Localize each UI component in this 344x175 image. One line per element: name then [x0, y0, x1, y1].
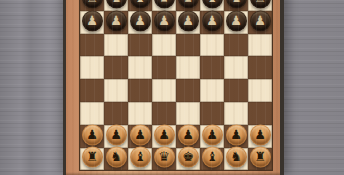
rook-icon: ♜	[82, 146, 103, 167]
pawn-icon: ♟	[154, 123, 175, 144]
square-g2[interactable]: ♟	[224, 125, 248, 148]
piece-white-knight[interactable]: ♞	[106, 147, 127, 168]
square-b3[interactable]	[104, 102, 128, 125]
square-f3[interactable]	[200, 102, 224, 125]
pawn-icon: ♟	[226, 9, 247, 30]
knight-icon: ♞	[106, 0, 127, 7]
square-e1[interactable]: ♚	[176, 148, 200, 171]
square-h5[interactable]	[248, 56, 272, 79]
piece-black-rook[interactable]: ♜	[250, 0, 271, 8]
bishop-icon: ♝	[130, 0, 151, 7]
square-h1[interactable]: ♜	[248, 148, 272, 171]
pawn-icon: ♟	[106, 123, 127, 144]
square-a5[interactable]	[80, 56, 104, 79]
square-g3[interactable]	[224, 102, 248, 125]
pawn-icon: ♟	[178, 9, 199, 30]
square-h3[interactable]	[248, 102, 272, 125]
pawn-icon: ♟	[202, 123, 223, 144]
square-c1[interactable]: ♝	[128, 148, 152, 171]
square-b2[interactable]: ♟	[104, 125, 128, 148]
square-a3[interactable]	[80, 102, 104, 125]
square-c2[interactable]: ♟	[128, 125, 152, 148]
piece-white-pawn[interactable]: ♟	[202, 124, 223, 145]
square-g6[interactable]	[224, 34, 248, 57]
pawn-icon: ♟	[226, 123, 247, 144]
bishop-icon: ♝	[202, 146, 223, 167]
king-icon: ♚	[178, 146, 199, 167]
piece-white-king[interactable]: ♚	[178, 147, 199, 168]
bishop-icon: ♝	[130, 146, 151, 167]
square-b7[interactable]: ♟	[104, 11, 128, 34]
square-f7[interactable]: ♟	[200, 11, 224, 34]
square-h6[interactable]	[248, 34, 272, 57]
square-a4[interactable]	[80, 79, 104, 102]
pawn-icon: ♟	[106, 9, 127, 30]
pawn-icon: ♟	[178, 123, 199, 144]
piece-black-pawn[interactable]: ♟	[82, 10, 103, 31]
square-g1[interactable]: ♞	[224, 148, 248, 171]
square-a1[interactable]: ♜	[80, 148, 104, 171]
square-c7[interactable]: ♟	[128, 11, 152, 34]
pawn-icon: ♟	[154, 9, 175, 30]
square-g5[interactable]	[224, 56, 248, 79]
square-f1[interactable]: ♝	[200, 148, 224, 171]
square-f5[interactable]	[200, 56, 224, 79]
piece-black-queen[interactable]: ♛	[154, 0, 175, 8]
knight-icon: ♞	[106, 146, 127, 167]
pawn-icon: ♟	[82, 123, 103, 144]
square-e6[interactable]	[176, 34, 200, 57]
pawn-icon: ♟	[202, 9, 223, 30]
square-e7[interactable]: ♟	[176, 11, 200, 34]
square-b1[interactable]: ♞	[104, 148, 128, 171]
piece-black-knight[interactable]: ♞	[226, 0, 247, 8]
piece-white-pawn[interactable]: ♟	[82, 124, 103, 145]
piece-black-rook[interactable]: ♜	[82, 0, 103, 8]
piece-white-pawn[interactable]: ♟	[154, 124, 175, 145]
pawn-icon: ♟	[130, 123, 151, 144]
square-d2[interactable]: ♟	[152, 125, 176, 148]
pawn-icon: ♟	[250, 9, 271, 30]
rook-icon: ♜	[250, 146, 271, 167]
square-b6[interactable]	[104, 34, 128, 57]
piece-black-bishop[interactable]: ♝	[130, 0, 151, 8]
piece-black-pawn[interactable]: ♟	[106, 10, 127, 31]
piece-black-knight[interactable]: ♞	[106, 0, 127, 8]
piece-white-queen[interactable]: ♛	[154, 147, 175, 168]
square-f4[interactable]	[200, 79, 224, 102]
piece-black-pawn[interactable]: ♟	[154, 10, 175, 31]
piece-white-knight[interactable]: ♞	[226, 147, 247, 168]
piece-black-pawn[interactable]: ♟	[202, 10, 223, 31]
piece-white-rook[interactable]: ♜	[82, 147, 103, 168]
bishop-icon: ♝	[202, 0, 223, 7]
chess-game-scene: ♜♞♝♛♚♝♞♜♟♟♟♟♟♟♟♟♟♟♟♟♟♟♟♟♜♞♝♛♚♝♞♜	[0, 0, 344, 175]
square-d6[interactable]	[152, 34, 176, 57]
piece-black-king[interactable]: ♚	[178, 0, 199, 8]
piece-white-rook[interactable]: ♜	[250, 147, 271, 168]
square-a7[interactable]: ♟	[80, 11, 104, 34]
square-a2[interactable]: ♟	[80, 125, 104, 148]
piece-white-bishop[interactable]: ♝	[202, 147, 223, 168]
square-b4[interactable]	[104, 79, 128, 102]
square-e4[interactable]	[176, 79, 200, 102]
knight-icon: ♞	[226, 146, 247, 167]
piece-white-pawn[interactable]: ♟	[130, 124, 151, 145]
square-d5[interactable]	[152, 56, 176, 79]
piece-black-pawn[interactable]: ♟	[250, 10, 271, 31]
square-f6[interactable]	[200, 34, 224, 57]
square-c5[interactable]	[128, 56, 152, 79]
square-e2[interactable]: ♟	[176, 125, 200, 148]
square-d7[interactable]: ♟	[152, 11, 176, 34]
piece-white-pawn[interactable]: ♟	[226, 124, 247, 145]
square-d1[interactable]: ♛	[152, 148, 176, 171]
square-g4[interactable]	[224, 79, 248, 102]
queen-icon: ♛	[154, 0, 175, 7]
piece-white-pawn[interactable]: ♟	[178, 124, 199, 145]
pawn-icon: ♟	[250, 123, 271, 144]
square-h7[interactable]: ♟	[248, 11, 272, 34]
square-e5[interactable]	[176, 56, 200, 79]
piece-black-pawn[interactable]: ♟	[130, 10, 151, 31]
rook-icon: ♜	[82, 0, 103, 7]
pawn-icon: ♟	[130, 9, 151, 30]
piece-black-pawn[interactable]: ♟	[178, 10, 199, 31]
square-h2[interactable]: ♟	[248, 125, 272, 148]
rook-icon: ♜	[250, 0, 271, 7]
square-h4[interactable]	[248, 79, 272, 102]
piece-black-bishop[interactable]: ♝	[202, 0, 223, 8]
square-a6[interactable]	[80, 34, 104, 57]
piece-white-pawn[interactable]: ♟	[106, 124, 127, 145]
square-g7[interactable]: ♟	[224, 11, 248, 34]
square-e3[interactable]	[176, 102, 200, 125]
square-f2[interactable]: ♟	[200, 125, 224, 148]
knight-icon: ♞	[226, 0, 247, 7]
king-icon: ♚	[178, 0, 199, 7]
square-b5[interactable]	[104, 56, 128, 79]
chess-board: ♜♞♝♛♚♝♞♜♟♟♟♟♟♟♟♟♟♟♟♟♟♟♟♟♜♞♝♛♚♝♞♜	[80, 0, 272, 170]
piece-white-bishop[interactable]: ♝	[130, 147, 151, 168]
square-d4[interactable]	[152, 79, 176, 102]
piece-black-pawn[interactable]: ♟	[226, 10, 247, 31]
square-c4[interactable]	[128, 79, 152, 102]
piece-white-pawn[interactable]: ♟	[250, 124, 271, 145]
square-d3[interactable]	[152, 102, 176, 125]
square-c6[interactable]	[128, 34, 152, 57]
pawn-icon: ♟	[82, 9, 103, 30]
square-c3[interactable]	[128, 102, 152, 125]
queen-icon: ♛	[154, 146, 175, 167]
